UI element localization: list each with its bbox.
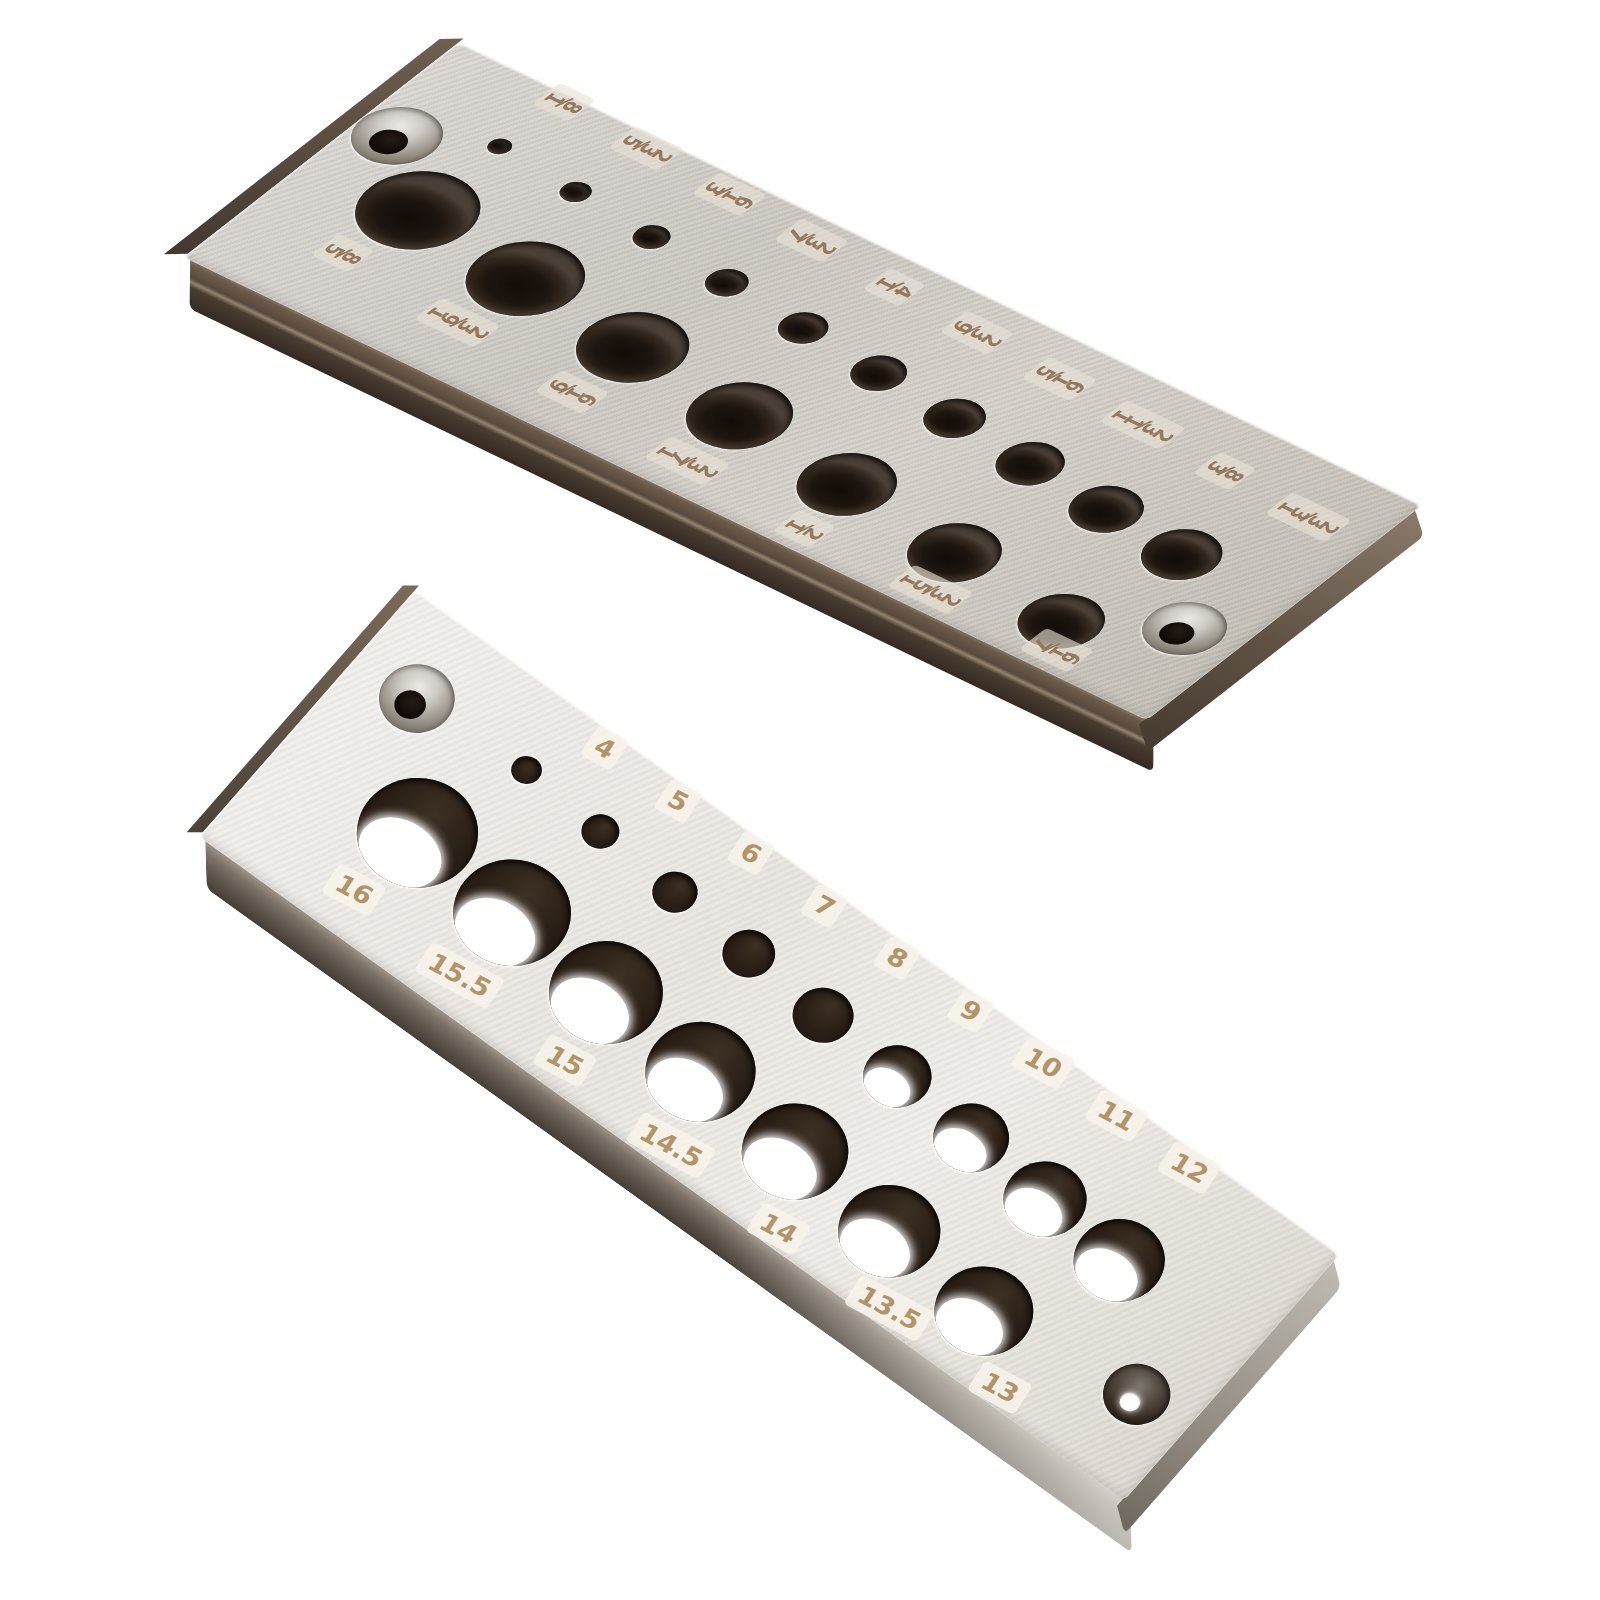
countersunk-mounting-hole-top-left: [364, 650, 471, 747]
gauge-hole-6: [643, 864, 707, 922]
size-label-7-32: 7/32: [774, 218, 849, 263]
size-label-8: 8: [872, 935, 922, 981]
fraction-digit: 4: [889, 282, 918, 299]
product-photo: { "scene": { "background_color": "#fffff…: [0, 0, 1600, 1600]
gauge-hole-3-8: [1053, 476, 1159, 542]
mounting-hole-center: [1152, 618, 1202, 649]
countersunk-mounting-hole-bottom-right: [1125, 591, 1245, 665]
size-label-4: 4: [580, 725, 630, 771]
through-hole-light: [923, 1286, 1016, 1368]
fraction-digit: 2: [936, 591, 965, 608]
size-label-6: 6: [726, 830, 776, 876]
mounting-hole-center: [361, 125, 416, 159]
size-label-5: 5: [653, 778, 703, 824]
size-label-1-4: 1/4: [863, 267, 927, 306]
size-label-7: 7: [799, 883, 849, 929]
size-label-11: 11: [1083, 1088, 1150, 1143]
size-label-5-16: 5/16: [1022, 357, 1097, 402]
gauge-hole-13: [914, 1248, 1053, 1374]
fraction-digit: 6: [729, 193, 758, 210]
fraction-digit: 6: [572, 390, 601, 407]
gauge-hole-8: [780, 977, 865, 1054]
gauge-hole-11-32: [982, 434, 1079, 494]
fraction-digit: 6: [1057, 649, 1086, 666]
fraction-digit: 2: [977, 331, 1006, 348]
size-label-3-8: 3/8: [1193, 451, 1257, 490]
gauge-hole-7-32: [696, 263, 758, 301]
fraction-digit: 2: [693, 463, 722, 480]
size-label-1-2: 1/2: [773, 509, 837, 548]
fraction-digit: 2: [799, 525, 828, 542]
gauge-hole-10: [918, 1090, 1025, 1187]
mounting-hole-center: [388, 685, 433, 726]
size-label-10: 10: [1010, 1036, 1077, 1091]
gauge-hole-4: [505, 751, 548, 790]
fraction-digit: 2: [464, 324, 493, 341]
through-hole-light: [925, 1119, 996, 1182]
size-label-3-16: 3/16: [691, 172, 766, 217]
fraction-digit: 2: [812, 239, 841, 256]
mounting-hole-center: [1115, 1388, 1145, 1415]
through-hole-light: [730, 1125, 830, 1213]
gauge-hole-1-4: [767, 306, 838, 350]
gauge-hole-9-32: [839, 349, 919, 398]
gauge-hole-5-16: [910, 391, 999, 446]
fraction-digit: 8: [337, 249, 366, 266]
fraction-digit: 6: [1060, 377, 1089, 394]
size-label-9: 9: [945, 988, 995, 1034]
through-hole-light: [855, 1059, 919, 1116]
size-label-5-8: 5/8: [311, 234, 375, 273]
gauge-hole-3-16: [625, 221, 678, 254]
gauge-hole-7: [712, 920, 787, 988]
size-label-11-32: 11/32: [1099, 400, 1186, 450]
size-label-12: 12: [1156, 1141, 1223, 1196]
fraction-digit: 8: [1219, 467, 1248, 484]
through-hole-light: [827, 1206, 923, 1291]
gauge-hole-1-8: [482, 136, 517, 158]
gauge-hole-13-32: [1124, 519, 1239, 590]
plate-imperial: 1/85/323/167/321/49/325/1611/323/813/325…: [183, 42, 1422, 720]
fraction-digit: 2: [1314, 518, 1343, 535]
through-hole-light: [1064, 1238, 1150, 1313]
fraction-digit: 2: [1148, 426, 1177, 443]
size-label-13-32: 13/32: [1264, 492, 1351, 542]
size-label-9-32: 9/32: [939, 310, 1014, 355]
fraction-digit: 2: [646, 147, 675, 164]
through-hole-light: [994, 1178, 1072, 1247]
size-label-5-32: 5/32: [609, 126, 684, 171]
gauge-hole-5-32: [553, 178, 597, 205]
size-label-1-8: 1/8: [532, 83, 596, 122]
gauge-hole-14: [720, 1084, 869, 1219]
gauge-hole-5: [574, 807, 627, 855]
gauge-hole-13_5: [817, 1166, 961, 1296]
fraction-digit: 8: [558, 98, 587, 115]
gauge-hole-9: [849, 1033, 945, 1120]
countersunk-mounting-hole-bottom-right: [1089, 1351, 1184, 1437]
